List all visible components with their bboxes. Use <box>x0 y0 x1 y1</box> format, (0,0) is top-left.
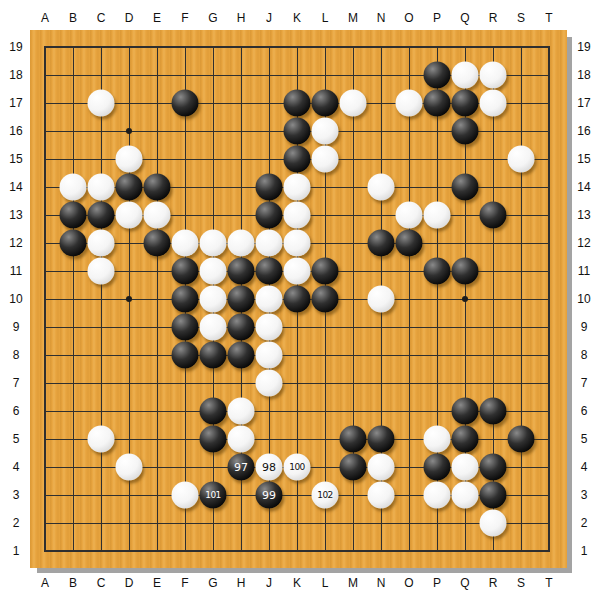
stone-black <box>312 258 339 285</box>
column-label: L <box>322 12 329 24</box>
grid-line-horizontal <box>45 523 549 524</box>
go-game-diagram: AABBCCDDEEFFGGHHJJKKLLMMNNOOPPQQRRSSTT19… <box>0 0 600 600</box>
stone-white <box>256 314 283 341</box>
stone-white <box>88 258 115 285</box>
row-label: 13 <box>9 209 22 221</box>
stone-white <box>284 202 311 229</box>
stone-white <box>340 90 367 117</box>
column-label: C <box>97 12 106 24</box>
stone-black <box>284 286 311 313</box>
row-label: 6 <box>13 405 20 417</box>
column-label: R <box>489 12 498 24</box>
stone-black <box>172 90 199 117</box>
stone-white <box>424 202 451 229</box>
stone-black <box>480 482 507 509</box>
stone-white <box>284 230 311 257</box>
column-label: H <box>237 12 246 24</box>
stone-black <box>508 426 535 453</box>
column-label: M <box>348 12 358 24</box>
stone-white <box>396 90 423 117</box>
grid-line-horizontal <box>45 383 549 384</box>
stone-black <box>172 314 199 341</box>
stone-white <box>228 230 255 257</box>
stone-white <box>424 426 451 453</box>
stone-black <box>144 174 171 201</box>
stone-white <box>256 370 283 397</box>
stone-black <box>452 118 479 145</box>
column-label: H <box>237 577 246 589</box>
move-number-label: 97 <box>234 462 248 473</box>
stone-white <box>256 286 283 313</box>
stone-white <box>116 202 143 229</box>
row-label: 6 <box>581 405 588 417</box>
column-label: J <box>266 12 272 24</box>
column-label: K <box>293 12 301 24</box>
stone-white <box>424 482 451 509</box>
grid-line-vertical <box>521 47 522 551</box>
stone-black <box>200 426 227 453</box>
stone-white <box>256 342 283 369</box>
stone-black <box>256 258 283 285</box>
column-label: G <box>208 577 217 589</box>
stone-white <box>200 286 227 313</box>
stone-black <box>368 426 395 453</box>
stone-black <box>424 454 451 481</box>
column-label: E <box>153 577 161 589</box>
stone-white <box>284 174 311 201</box>
stone-white <box>368 482 395 509</box>
stone-white <box>256 230 283 257</box>
column-label: A <box>41 577 49 589</box>
stone-white <box>228 398 255 425</box>
row-label: 11 <box>578 265 590 277</box>
stone-white <box>88 90 115 117</box>
row-label: 3 <box>13 489 20 501</box>
move-number-label: 102 <box>317 491 333 500</box>
row-label: 19 <box>577 41 590 53</box>
column-label: T <box>545 12 552 24</box>
move-number-label: 100 <box>289 463 305 472</box>
move-number-label: 98 <box>262 462 276 473</box>
column-label: D <box>125 12 134 24</box>
stone-black <box>228 342 255 369</box>
stone-white <box>508 146 535 173</box>
stone-white <box>144 202 171 229</box>
row-label: 9 <box>581 321 588 333</box>
stone-white <box>116 146 143 173</box>
stone-white <box>368 286 395 313</box>
row-label: 18 <box>9 69 22 81</box>
stone-black <box>452 398 479 425</box>
column-label: D <box>125 577 134 589</box>
row-label: 9 <box>13 321 20 333</box>
stone-black <box>172 286 199 313</box>
column-label: G <box>208 12 217 24</box>
column-label: N <box>377 12 386 24</box>
stone-black <box>368 230 395 257</box>
go-board[interactable]: 979810010199102 <box>30 30 567 568</box>
column-label: F <box>181 12 188 24</box>
stone-black <box>284 90 311 117</box>
star-point <box>126 296 132 302</box>
stone-white <box>452 482 479 509</box>
stone-black <box>172 342 199 369</box>
stone-white <box>368 454 395 481</box>
row-label: 16 <box>9 125 22 137</box>
grid-line-vertical <box>409 47 410 551</box>
column-label: N <box>377 577 386 589</box>
stone-white <box>88 230 115 257</box>
grid-line-horizontal <box>45 355 549 356</box>
stone-black <box>424 90 451 117</box>
stone-white: 98 <box>256 454 283 481</box>
column-label: O <box>404 577 413 589</box>
column-label: Q <box>460 12 469 24</box>
stone-white <box>312 118 339 145</box>
stone-black <box>340 454 367 481</box>
column-label: R <box>489 577 498 589</box>
stone-black <box>60 230 87 257</box>
stone-black <box>396 230 423 257</box>
stone-black <box>256 174 283 201</box>
column-label: E <box>153 12 161 24</box>
stone-black <box>452 426 479 453</box>
stone-black <box>172 258 199 285</box>
stone-white <box>200 258 227 285</box>
row-label: 15 <box>577 153 590 165</box>
stone-black <box>452 174 479 201</box>
row-label: 8 <box>13 349 20 361</box>
row-label: 5 <box>581 433 588 445</box>
column-label: M <box>348 577 358 589</box>
row-label: 2 <box>13 517 20 529</box>
move-number-label: 99 <box>262 490 276 501</box>
stone-white <box>116 454 143 481</box>
column-label: S <box>517 12 525 24</box>
stone-white <box>480 90 507 117</box>
column-label: J <box>266 577 272 589</box>
stone-black <box>424 258 451 285</box>
stone-black <box>284 146 311 173</box>
column-label: T <box>545 577 552 589</box>
column-label: A <box>41 12 49 24</box>
stone-white <box>172 482 199 509</box>
stone-black <box>340 426 367 453</box>
column-label: P <box>433 12 441 24</box>
stone-white <box>172 230 199 257</box>
stone-black: 99 <box>256 482 283 509</box>
stone-black <box>88 202 115 229</box>
stone-white: 100 <box>284 454 311 481</box>
stone-white <box>480 62 507 89</box>
stone-white <box>200 314 227 341</box>
column-label: P <box>433 577 441 589</box>
row-label: 11 <box>10 265 22 277</box>
row-label: 7 <box>13 377 20 389</box>
row-label: 19 <box>9 41 22 53</box>
grid-line-horizontal <box>45 327 549 328</box>
stone-white: 102 <box>312 482 339 509</box>
row-label: 14 <box>577 181 590 193</box>
column-label: F <box>181 577 188 589</box>
column-label: S <box>517 577 525 589</box>
stone-black <box>424 62 451 89</box>
stone-black <box>256 202 283 229</box>
row-label: 12 <box>577 237 590 249</box>
stone-black <box>228 258 255 285</box>
stone-black <box>452 90 479 117</box>
row-label: 1 <box>581 545 588 557</box>
stone-black <box>60 202 87 229</box>
stone-black <box>312 286 339 313</box>
stone-white <box>228 426 255 453</box>
star-point <box>126 128 132 134</box>
row-label: 4 <box>13 461 20 473</box>
stone-black: 97 <box>228 454 255 481</box>
column-label: K <box>293 577 301 589</box>
stone-black <box>200 398 227 425</box>
stone-white <box>452 62 479 89</box>
stone-black <box>480 202 507 229</box>
row-label: 17 <box>9 97 22 109</box>
stone-white <box>368 174 395 201</box>
row-label: 18 <box>577 69 590 81</box>
column-label: B <box>69 577 77 589</box>
stone-black <box>116 174 143 201</box>
stone-white <box>312 146 339 173</box>
stone-white <box>60 174 87 201</box>
stone-black <box>228 314 255 341</box>
row-label: 14 <box>9 181 22 193</box>
column-label: B <box>69 12 77 24</box>
column-label: O <box>404 12 413 24</box>
stone-white <box>88 426 115 453</box>
column-label: C <box>97 577 106 589</box>
row-label: 17 <box>577 97 590 109</box>
row-label: 12 <box>9 237 22 249</box>
stone-white <box>284 258 311 285</box>
stone-black <box>200 342 227 369</box>
star-point <box>462 296 468 302</box>
column-label: L <box>322 577 329 589</box>
stone-white <box>88 174 115 201</box>
row-label: 5 <box>13 433 20 445</box>
stone-white <box>480 510 507 537</box>
row-label: 8 <box>581 349 588 361</box>
move-number-label: 101 <box>205 491 221 500</box>
stone-black <box>312 90 339 117</box>
stone-black <box>284 118 311 145</box>
row-label: 15 <box>9 153 22 165</box>
stone-black <box>228 286 255 313</box>
row-label: 2 <box>581 517 588 529</box>
row-label: 16 <box>577 125 590 137</box>
column-label: Q <box>460 577 469 589</box>
row-label: 13 <box>577 209 590 221</box>
row-label: 7 <box>581 377 588 389</box>
row-label: 10 <box>577 293 590 305</box>
row-label: 1 <box>13 545 20 557</box>
row-label: 4 <box>581 461 588 473</box>
stone-white <box>452 454 479 481</box>
stone-black: 101 <box>200 482 227 509</box>
stone-black <box>480 454 507 481</box>
row-label: 10 <box>9 293 22 305</box>
row-label: 3 <box>581 489 588 501</box>
stone-black <box>480 398 507 425</box>
stone-white <box>396 202 423 229</box>
stone-black <box>144 230 171 257</box>
stone-white <box>200 230 227 257</box>
stone-black <box>452 258 479 285</box>
